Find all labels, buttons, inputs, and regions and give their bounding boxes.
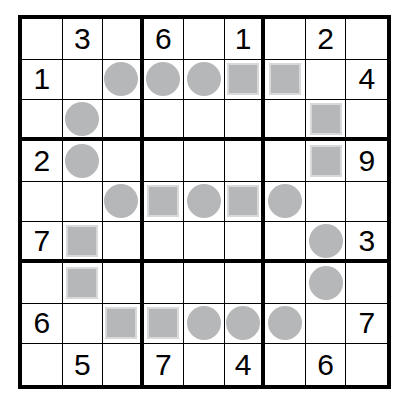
- cell-r9c5[interactable]: [184, 344, 225, 385]
- odd-circle-marker: [309, 266, 343, 300]
- even-square-marker: [66, 267, 98, 299]
- cell-r8c2[interactable]: [63, 304, 104, 345]
- cell-r9c2[interactable]: 5: [63, 344, 104, 385]
- cell-r9c3[interactable]: [103, 344, 144, 385]
- cell-r5c3[interactable]: [103, 182, 144, 223]
- cell-r8c8[interactable]: [306, 304, 347, 345]
- cell-r7c5[interactable]: [184, 263, 225, 304]
- cell-r9c7[interactable]: [265, 344, 306, 385]
- even-square-marker: [105, 307, 137, 339]
- even-square-marker: [147, 307, 179, 339]
- cell-r7c6[interactable]: [225, 263, 266, 304]
- cell-r1c3[interactable]: [103, 19, 144, 60]
- given-digit: 3: [358, 226, 375, 256]
- cell-r4c1[interactable]: 2: [22, 141, 63, 182]
- cell-r4c5[interactable]: [184, 141, 225, 182]
- cell-r4c4[interactable]: [144, 141, 185, 182]
- cell-r3c5[interactable]: [184, 100, 225, 141]
- odd-circle-marker: [187, 62, 221, 96]
- cell-r3c1[interactable]: [22, 100, 63, 141]
- cell-r9c8[interactable]: 6: [306, 344, 347, 385]
- cell-r6c6[interactable]: [225, 222, 266, 263]
- cell-r6c5[interactable]: [184, 222, 225, 263]
- odd-circle-marker: [104, 184, 138, 218]
- cell-r4c8[interactable]: [306, 141, 347, 182]
- given-digit: 7: [358, 308, 375, 338]
- cell-r1c1[interactable]: [22, 19, 63, 60]
- cell-r1c2[interactable]: 3: [63, 19, 104, 60]
- odd-circle-marker: [268, 306, 302, 340]
- cell-r7c4[interactable]: [144, 263, 185, 304]
- cell-r5c5[interactable]: [184, 182, 225, 223]
- cell-r8c9[interactable]: 7: [346, 304, 387, 345]
- given-digit: 5: [74, 350, 91, 380]
- cell-r3c9[interactable]: [346, 100, 387, 141]
- cell-r9c4[interactable]: 7: [144, 344, 185, 385]
- cell-r8c7[interactable]: [265, 304, 306, 345]
- cell-r5c6[interactable]: [225, 182, 266, 223]
- cell-r3c4[interactable]: [144, 100, 185, 141]
- given-digit: 9: [358, 146, 375, 176]
- odd-circle-marker: [65, 144, 99, 178]
- cell-r5c8[interactable]: [306, 182, 347, 223]
- cell-r6c9[interactable]: 3: [346, 222, 387, 263]
- given-digit: 7: [33, 226, 50, 256]
- cell-r4c3[interactable]: [103, 141, 144, 182]
- cell-r5c4[interactable]: [144, 182, 185, 223]
- cell-r9c6[interactable]: 4: [225, 344, 266, 385]
- cell-r7c7[interactable]: [265, 263, 306, 304]
- cell-r9c1[interactable]: [22, 344, 63, 385]
- given-digit: 2: [317, 24, 334, 54]
- cell-r7c1[interactable]: [22, 263, 63, 304]
- given-digit: 6: [317, 350, 334, 380]
- given-digit: 3: [74, 24, 91, 54]
- cell-r5c9[interactable]: [346, 182, 387, 223]
- given-digit: 6: [33, 308, 50, 338]
- odd-circle-marker: [268, 184, 302, 218]
- given-digit: 4: [235, 350, 252, 380]
- cell-r2c7[interactable]: [265, 60, 306, 101]
- given-digit: 7: [155, 350, 172, 380]
- cell-r7c8[interactable]: [306, 263, 347, 304]
- given-digit: 2: [33, 146, 50, 176]
- cell-r3c6[interactable]: [225, 100, 266, 141]
- cell-r2c4[interactable]: [144, 60, 185, 101]
- cell-r3c7[interactable]: [265, 100, 306, 141]
- cell-r4c9[interactable]: 9: [346, 141, 387, 182]
- cell-r6c3[interactable]: [103, 222, 144, 263]
- cell-r6c7[interactable]: [265, 222, 306, 263]
- cell-r2c2[interactable]: [63, 60, 104, 101]
- cell-r7c2[interactable]: [63, 263, 104, 304]
- given-digit: 4: [358, 64, 375, 94]
- odd-circle-marker: [146, 62, 180, 96]
- cell-r2c3[interactable]: [103, 60, 144, 101]
- even-square-marker: [66, 225, 98, 257]
- cell-r2c5[interactable]: [184, 60, 225, 101]
- cell-r6c8[interactable]: [306, 222, 347, 263]
- odd-circle-marker: [187, 184, 221, 218]
- cell-r2c9[interactable]: 4: [346, 60, 387, 101]
- odd-circle-marker: [309, 224, 343, 258]
- cell-r3c8[interactable]: [306, 100, 347, 141]
- even-square-marker: [147, 185, 179, 217]
- given-digit: 6: [155, 24, 172, 54]
- cell-r2c8[interactable]: [306, 60, 347, 101]
- even-square-marker: [310, 103, 342, 135]
- cell-r2c1[interactable]: 1: [22, 60, 63, 101]
- cell-r2c6[interactable]: [225, 60, 266, 101]
- cell-r7c3[interactable]: [103, 263, 144, 304]
- sudoku-board: 3612142973675746: [18, 15, 391, 389]
- cell-r1c6[interactable]: 1: [225, 19, 266, 60]
- given-digit: 1: [33, 64, 50, 94]
- given-digit: 1: [235, 24, 252, 54]
- cell-r3c3[interactable]: [103, 100, 144, 141]
- even-square-marker: [269, 63, 301, 95]
- cell-r6c2[interactable]: [63, 222, 104, 263]
- cell-r9c9[interactable]: [346, 344, 387, 385]
- cell-r1c4[interactable]: 6: [144, 19, 185, 60]
- cell-r8c3[interactable]: [103, 304, 144, 345]
- even-square-marker: [310, 145, 342, 177]
- cell-r5c1[interactable]: [22, 182, 63, 223]
- cell-r1c7[interactable]: [265, 19, 306, 60]
- cell-r7c9[interactable]: [346, 263, 387, 304]
- cell-r8c5[interactable]: [184, 304, 225, 345]
- cell-r5c2[interactable]: [63, 182, 104, 223]
- cell-r1c8[interactable]: 2: [306, 19, 347, 60]
- cell-r4c2[interactable]: [63, 141, 104, 182]
- even-square-marker: [227, 185, 259, 217]
- odd-circle-marker: [226, 306, 260, 340]
- even-square-marker: [227, 63, 259, 95]
- cell-r5c7[interactable]: [265, 182, 306, 223]
- cell-r8c1[interactable]: 6: [22, 304, 63, 345]
- cell-r1c5[interactable]: [184, 19, 225, 60]
- cell-r6c1[interactable]: 7: [22, 222, 63, 263]
- cell-r6c4[interactable]: [144, 222, 185, 263]
- cell-r8c6[interactable]: [225, 304, 266, 345]
- odd-circle-marker: [65, 102, 99, 136]
- cell-r3c2[interactable]: [63, 100, 104, 141]
- cell-r4c6[interactable]: [225, 141, 266, 182]
- cell-r4c7[interactable]: [265, 141, 306, 182]
- cell-r1c9[interactable]: [346, 19, 387, 60]
- cell-r8c4[interactable]: [144, 304, 185, 345]
- odd-circle-marker: [187, 306, 221, 340]
- odd-circle-marker: [104, 62, 138, 96]
